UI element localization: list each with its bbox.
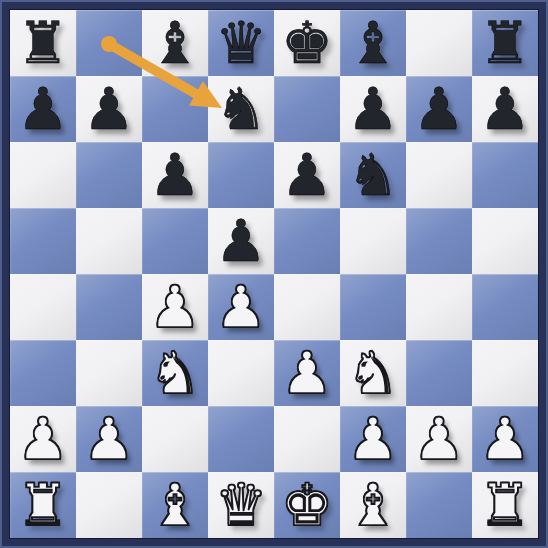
piece-white-pawn: ♟ [83, 406, 135, 472]
piece-black-pawn: ♟ [149, 142, 201, 208]
piece-black-knight: ♞ [215, 76, 267, 142]
square-c8[interactable]: ♝ [142, 10, 208, 76]
square-e6[interactable]: ♟ [274, 142, 340, 208]
square-a5[interactable] [10, 208, 76, 274]
piece-white-pawn: ♟ [479, 406, 531, 472]
square-d7[interactable]: ♞ [208, 76, 274, 142]
square-b6[interactable] [76, 142, 142, 208]
square-g7[interactable]: ♟ [406, 76, 472, 142]
piece-black-pawn: ♟ [347, 76, 399, 142]
piece-white-knight: ♞ [149, 340, 201, 406]
square-c4[interactable]: ♟ [142, 274, 208, 340]
square-f6[interactable]: ♞ [340, 142, 406, 208]
square-h7[interactable]: ♟ [472, 76, 538, 142]
square-d4[interactable]: ♟ [208, 274, 274, 340]
square-g4[interactable] [406, 274, 472, 340]
piece-white-knight: ♞ [347, 340, 399, 406]
square-c2[interactable] [142, 406, 208, 472]
square-d2[interactable] [208, 406, 274, 472]
square-f3[interactable]: ♞ [340, 340, 406, 406]
square-d1[interactable]: ♛ [208, 472, 274, 538]
square-c1[interactable]: ♝ [142, 472, 208, 538]
square-a3[interactable] [10, 340, 76, 406]
piece-black-pawn: ♟ [281, 142, 333, 208]
square-h1[interactable]: ♜ [472, 472, 538, 538]
square-h8[interactable]: ♜ [472, 10, 538, 76]
square-f2[interactable]: ♟ [340, 406, 406, 472]
chess-board: ♜♝♛♚♝♜♟♟♞♟♟♟♟♟♞♟♟♟♞♟♞♟♟♟♟♟♜♝♛♚♝♜ [10, 10, 538, 538]
square-e1[interactable]: ♚ [274, 472, 340, 538]
piece-white-pawn: ♟ [17, 406, 69, 472]
piece-white-bishop: ♝ [149, 472, 201, 538]
square-h2[interactable]: ♟ [472, 406, 538, 472]
square-c6[interactable]: ♟ [142, 142, 208, 208]
square-h4[interactable] [472, 274, 538, 340]
square-b8[interactable] [76, 10, 142, 76]
piece-black-pawn: ♟ [83, 76, 135, 142]
piece-white-king: ♚ [281, 472, 333, 538]
square-a6[interactable] [10, 142, 76, 208]
square-b1[interactable] [76, 472, 142, 538]
square-e3[interactable]: ♟ [274, 340, 340, 406]
square-c7[interactable] [142, 76, 208, 142]
square-d8[interactable]: ♛ [208, 10, 274, 76]
square-e5[interactable] [274, 208, 340, 274]
piece-black-knight: ♞ [347, 142, 399, 208]
square-g6[interactable] [406, 142, 472, 208]
square-f8[interactable]: ♝ [340, 10, 406, 76]
square-g2[interactable]: ♟ [406, 406, 472, 472]
piece-black-pawn: ♟ [17, 76, 69, 142]
square-f4[interactable] [340, 274, 406, 340]
square-e4[interactable] [274, 274, 340, 340]
piece-black-king: ♚ [281, 10, 333, 76]
piece-black-bishop: ♝ [347, 10, 399, 76]
piece-black-pawn: ♟ [215, 208, 267, 274]
piece-white-rook: ♜ [17, 472, 69, 538]
piece-white-pawn: ♟ [149, 274, 201, 340]
piece-white-bishop: ♝ [347, 472, 399, 538]
square-a8[interactable]: ♜ [10, 10, 76, 76]
square-e2[interactable] [274, 406, 340, 472]
piece-black-pawn: ♟ [413, 76, 465, 142]
piece-white-pawn: ♟ [347, 406, 399, 472]
square-b5[interactable] [76, 208, 142, 274]
square-e7[interactable] [274, 76, 340, 142]
square-g1[interactable] [406, 472, 472, 538]
chess-board-frame: ♜♝♛♚♝♜♟♟♞♟♟♟♟♟♞♟♟♟♞♟♞♟♟♟♟♟♜♝♛♚♝♜ [0, 0, 548, 548]
square-h6[interactable] [472, 142, 538, 208]
square-f5[interactable] [340, 208, 406, 274]
square-a1[interactable]: ♜ [10, 472, 76, 538]
square-g5[interactable] [406, 208, 472, 274]
square-h5[interactable] [472, 208, 538, 274]
square-d5[interactable]: ♟ [208, 208, 274, 274]
square-h3[interactable] [472, 340, 538, 406]
square-f7[interactable]: ♟ [340, 76, 406, 142]
piece-white-pawn: ♟ [281, 340, 333, 406]
square-c5[interactable] [142, 208, 208, 274]
piece-white-queen: ♛ [215, 472, 267, 538]
piece-white-rook: ♜ [479, 472, 531, 538]
square-f1[interactable]: ♝ [340, 472, 406, 538]
square-g8[interactable] [406, 10, 472, 76]
square-d6[interactable] [208, 142, 274, 208]
piece-white-pawn: ♟ [413, 406, 465, 472]
piece-black-queen: ♛ [215, 10, 267, 76]
piece-black-pawn: ♟ [479, 76, 531, 142]
square-c3[interactable]: ♞ [142, 340, 208, 406]
square-a7[interactable]: ♟ [10, 76, 76, 142]
square-a4[interactable] [10, 274, 76, 340]
square-e8[interactable]: ♚ [274, 10, 340, 76]
square-a2[interactable]: ♟ [10, 406, 76, 472]
square-b2[interactable]: ♟ [76, 406, 142, 472]
piece-black-rook: ♜ [479, 10, 531, 76]
square-g3[interactable] [406, 340, 472, 406]
piece-black-rook: ♜ [17, 10, 69, 76]
piece-white-pawn: ♟ [215, 274, 267, 340]
square-b4[interactable] [76, 274, 142, 340]
square-b7[interactable]: ♟ [76, 76, 142, 142]
square-b3[interactable] [76, 340, 142, 406]
square-d3[interactable] [208, 340, 274, 406]
piece-black-bishop: ♝ [149, 10, 201, 76]
